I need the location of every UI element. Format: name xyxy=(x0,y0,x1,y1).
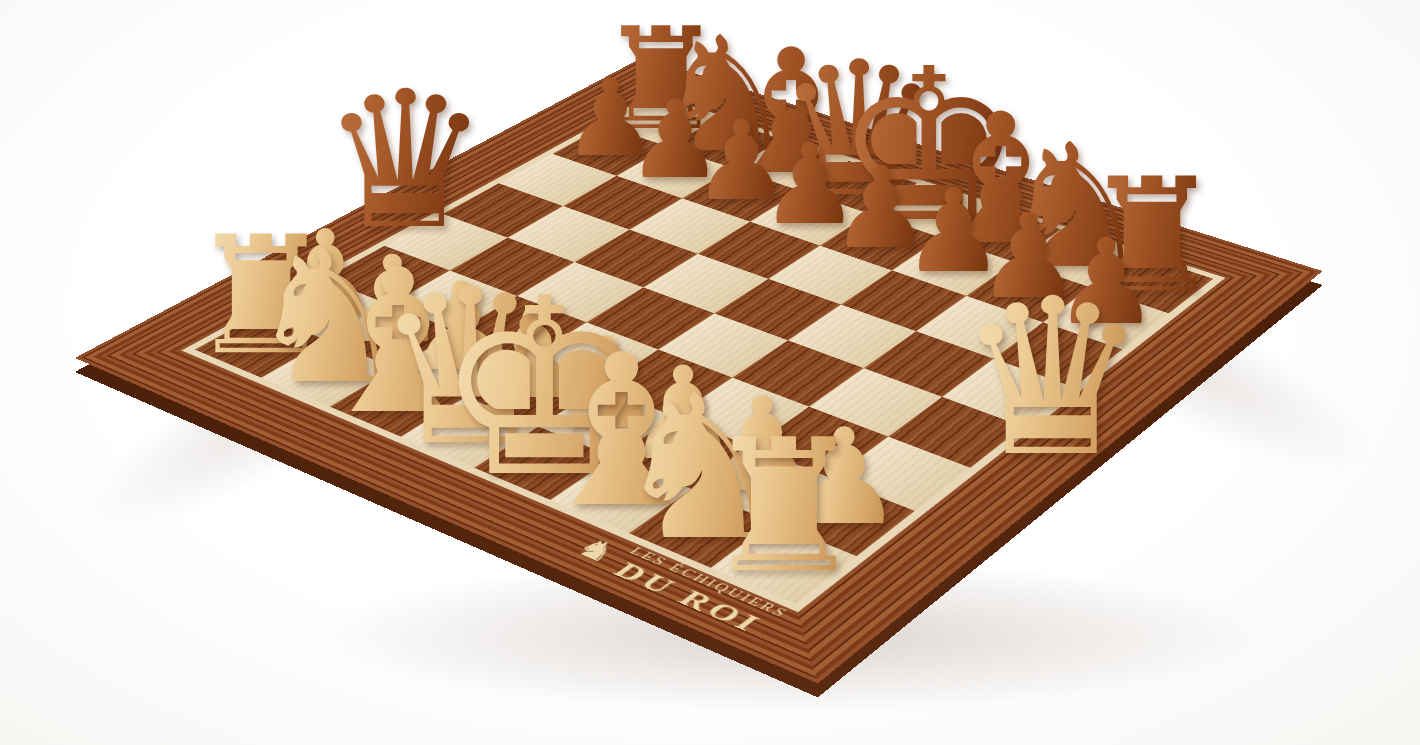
piece-white-rook-h1[interactable]: ♜ xyxy=(702,415,866,598)
pieces-layer: ♜♞♝♛♚♝♞♜♟♟♟♟♟♟♟♟♟♟♟♟♟♟♟♟♜♞♝♛♚♝♞♜♛♛ xyxy=(0,0,1420,745)
piece-white-queen-extra[interactable]: ♛ xyxy=(955,270,1149,487)
photo-scene: ♞ LES ÉCHIQUIERS DU ROI ♜♞♝♛♚♝♞♜♟♟♟♟♟♟♟♟… xyxy=(0,0,1420,745)
